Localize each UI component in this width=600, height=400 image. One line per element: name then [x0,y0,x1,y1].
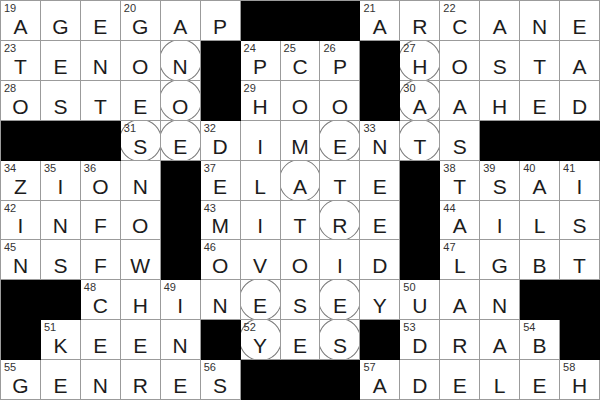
cell-letter: D [412,375,427,396]
black-cell-r0c7 [281,1,321,41]
clue-number: 38 [443,163,455,174]
cell-r4c11[interactable]: 38T [440,161,480,201]
cell-r8c7[interactable]: E [281,320,321,360]
clue-number: 36 [84,163,96,174]
cell-r5c3[interactable]: O [121,201,161,241]
clue-number: 27 [403,43,415,54]
cell-r6c14[interactable]: T [560,240,600,280]
cell-letter: O [332,96,348,117]
cell-letter: N [93,56,108,77]
cell-r1c13[interactable]: T [520,41,560,81]
cell-r2c14[interactable]: D [560,81,600,121]
cell-letter: O [172,96,188,117]
cell-r3c7[interactable]: M [281,121,321,161]
cell-r0c0[interactable]: 19A [1,1,41,41]
cell-r7c4[interactable]: 49I [161,280,201,320]
cell-letter: A [173,16,187,37]
clue-number: 31 [124,123,136,134]
cell-r8c12[interactable]: A [480,320,520,360]
cell-letter: C [292,56,307,77]
cell-r2c3[interactable]: E [121,81,161,121]
cell-r8c6[interactable]: 52Y [241,320,281,360]
black-cell-r1c9 [360,41,400,81]
cell-r4c8[interactable]: T [320,161,360,201]
black-cell-r2c5 [201,81,241,121]
clue-number: 19 [4,3,16,14]
black-cell-r4c4 [161,161,201,201]
cell-r6c3[interactable]: W [121,240,161,280]
cell-r4c5[interactable]: 37E [201,161,241,201]
cell-letter: N [173,56,188,77]
cell-r9c11[interactable]: E [440,360,480,400]
cell-r6c8[interactable]: I [320,240,360,280]
cell-letter: N [213,295,228,316]
clue-number: 21 [363,3,375,14]
cell-r3c10[interactable]: T [400,121,440,161]
cell-letter: T [94,96,107,117]
clue-number: 44 [443,203,455,214]
black-cell-r5c10 [400,201,440,241]
cell-r4c2[interactable]: 36O [81,161,121,201]
cell-letter: A [573,56,587,77]
cell-letter: T [294,215,307,236]
cell-letter: E [53,56,67,77]
black-cell-r8c0 [1,320,41,360]
cell-r2c0[interactable]: 28O [1,81,41,121]
cell-letter: Y [373,295,387,316]
cell-r5c2[interactable]: F [81,201,121,241]
clue-number: 50 [403,282,415,293]
black-cell-r6c10 [400,240,440,280]
black-cell-r3c0 [1,121,41,161]
cell-r6c9[interactable]: D [360,240,400,280]
clue-number: 20 [124,3,136,14]
cell-r0c2[interactable]: E [81,1,121,41]
cell-r5c1[interactable]: N [41,201,81,241]
cell-letter: S [133,136,147,157]
cell-letter: G [132,16,148,37]
clue-number: 48 [84,282,96,293]
clue-number: 56 [204,362,216,373]
cell-r3c8[interactable]: E [320,121,360,161]
cell-r7c7[interactable]: S [281,280,321,320]
cell-r4c12[interactable]: 39S [480,161,520,201]
clue-number: 33 [363,123,375,134]
cell-r6c1[interactable]: S [41,240,81,280]
cell-r0c3[interactable]: 20G [121,1,161,41]
cell-r5c6[interactable]: I [241,201,281,241]
cell-r6c2[interactable]: F [81,240,121,280]
cell-letter: E [373,176,387,197]
cell-r4c9[interactable]: E [360,161,400,201]
cell-letter: A [533,176,547,197]
cell-letter: N [372,136,387,157]
cell-r5c11[interactable]: 44A [440,201,480,241]
cell-r9c13[interactable]: E [520,360,560,400]
clue-number: 39 [483,163,495,174]
cell-letter: O [452,56,468,77]
cell-r1c1[interactable]: E [41,41,81,81]
cell-letter: S [453,136,467,157]
cell-r2c11[interactable]: A [440,81,480,121]
cell-letter: P [333,56,347,77]
cell-r5c14[interactable]: S [560,201,600,241]
clue-number: 37 [204,163,216,174]
cell-r6c7[interactable]: O [281,240,321,280]
cell-letter: E [53,375,67,396]
cell-letter: K [53,335,67,356]
cell-r9c3[interactable]: R [121,360,161,400]
cell-r7c11[interactable]: A [440,280,480,320]
cell-r4c3[interactable]: N [121,161,161,201]
clue-number: 45 [4,242,16,253]
cell-r2c13[interactable]: E [520,81,560,121]
cell-letter: S [213,375,227,396]
cell-letter: O [92,176,108,197]
cell-letter: E [533,96,547,117]
cell-r2c1[interactable]: S [41,81,81,121]
cell-r9c10[interactable]: D [400,360,440,400]
black-cell-r2c9 [360,81,400,121]
cell-letter: P [213,16,227,37]
black-cell-r0c8 [320,1,360,41]
cell-letter: E [373,215,387,236]
cell-r2c12[interactable]: H [480,81,520,121]
cell-letter: O [292,96,308,117]
cell-r9c9[interactable]: 57A [360,360,400,400]
clue-number: 28 [4,83,16,94]
black-cell-r8c14 [560,320,600,360]
cell-letter: A [453,215,467,236]
black-cell-r3c1 [41,121,81,161]
cell-letter: T [533,56,546,77]
cell-letter: F [94,255,107,276]
black-cell-r9c8 [320,360,360,400]
cell-r5c0[interactable]: 42I [1,201,41,241]
cell-r1c12[interactable]: S [480,41,520,81]
cell-letter: N [492,295,507,316]
cell-r3c5[interactable]: 32D [201,121,241,161]
cell-letter: D [572,96,587,117]
cell-r0c9[interactable]: 21A [360,1,400,41]
cell-r9c12[interactable]: L [480,360,520,400]
cell-letter: R [332,215,347,236]
cell-r8c1[interactable]: 51K [41,320,81,360]
clue-number: 26 [323,43,335,54]
clue-number: 46 [204,242,216,253]
clue-number: 52 [244,322,256,333]
cell-r8c2[interactable]: E [81,320,121,360]
cell-r2c7[interactable]: O [281,81,321,121]
cell-r7c9[interactable]: Y [360,280,400,320]
cell-letter: A [493,335,507,356]
black-cell-r0c6 [241,1,281,41]
cell-r3c9[interactable]: 33N [360,121,400,161]
cell-letter: D [412,335,427,356]
cell-letter: N [173,335,188,356]
cell-letter: A [453,96,467,117]
cell-r8c8[interactable]: S [320,320,360,360]
cell-r5c5[interactable]: 43M [201,201,241,241]
cell-r6c13[interactable]: B [520,240,560,280]
cell-r6c12[interactable]: G [480,240,520,280]
cell-letter: T [413,136,426,157]
cell-letter: O [292,255,308,276]
cell-letter: D [372,255,387,276]
cell-letter: A [493,16,507,37]
clue-number: 58 [563,362,575,373]
cell-r9c1[interactable]: E [41,360,81,400]
black-cell-r1c5 [201,41,241,81]
cell-letter: A [13,16,27,37]
cell-letter: P [253,56,267,77]
cell-r2c6[interactable]: 29H [241,81,281,121]
cell-r0c13[interactable]: N [520,1,560,41]
cell-r1c7[interactable]: 25C [281,41,321,81]
cell-r4c0[interactable]: 34Z [1,161,41,201]
cell-r2c2[interactable]: T [81,81,121,121]
cell-letter: F [94,215,107,236]
black-cell-r3c2 [81,121,121,161]
cell-letter: A [293,176,307,197]
cell-letter: T [453,176,466,197]
clue-number: 54 [523,322,535,333]
cell-r6c6[interactable]: V [241,240,281,280]
cell-r0c14[interactable]: E [560,1,600,41]
cell-letter: H [412,56,427,77]
cell-letter: E [453,375,467,396]
cell-letter: H [492,96,507,117]
clue-number: 55 [4,362,16,373]
cell-letter: M [291,136,309,157]
black-cell-r5c4 [161,201,201,241]
cell-letter: R [133,375,148,396]
clue-number: 22 [443,3,455,14]
cell-r3c3[interactable]: 31S [121,121,161,161]
cell-letter: E [93,16,107,37]
cell-r5c9[interactable]: E [360,201,400,241]
cell-letter: E [533,375,547,396]
cell-letter: E [173,375,187,396]
black-cell-r7c13 [520,280,560,320]
cell-letter: A [453,295,467,316]
cell-letter: L [534,215,546,236]
clue-number: 34 [4,163,16,174]
cell-letter: N [133,176,148,197]
crossword-grid: 19AGE20GAP21AR22CANE23TENON24P25C26P27HO… [0,0,600,400]
cell-r4c1[interactable]: 35I [41,161,81,201]
cell-letter: I [257,215,263,236]
cell-letter: I [177,295,183,316]
cell-r1c4[interactable]: N [161,41,201,81]
cell-letter: A [413,96,427,117]
cell-r7c3[interactable]: H [121,280,161,320]
black-cell-r3c14 [560,121,600,161]
cell-r1c8[interactable]: 26P [320,41,360,81]
cell-letter: B [533,255,547,276]
cell-letter: N [53,215,68,236]
clue-number: 47 [443,242,455,253]
black-cell-r3c12 [480,121,520,161]
cell-letter: T [334,176,347,197]
cell-r7c8[interactable]: E [320,280,360,320]
cell-letter: L [454,255,466,276]
black-cell-r8c9 [360,320,400,360]
cell-letter: E [573,16,587,37]
cell-r5c8[interactable]: R [320,201,360,241]
cell-r0c11[interactable]: 22C [440,1,480,41]
cell-r5c13[interactable]: L [520,201,560,241]
cell-letter: H [572,375,587,396]
cell-letter: A [373,16,387,37]
cell-r9c5[interactable]: 56S [201,360,241,400]
cell-letter: S [293,295,307,316]
cell-r7c2[interactable]: 48C [81,280,121,320]
cell-r0c12[interactable]: A [480,1,520,41]
cell-r2c4[interactable]: O [161,81,201,121]
cell-letter: R [412,16,427,37]
cell-r2c10[interactable]: 30A [400,81,440,121]
clue-number: 35 [44,163,56,174]
cell-letter: I [577,176,583,197]
cell-letter: L [254,176,266,197]
cell-r8c10[interactable]: 53D [400,320,440,360]
cell-r4c7[interactable]: A [281,161,321,201]
clue-number: 24 [244,43,256,54]
cell-r7c10[interactable]: 50U [400,280,440,320]
clue-number: 40 [523,163,535,174]
cell-letter: H [133,295,148,316]
cell-letter: O [132,56,148,77]
cell-r0c4[interactable]: A [161,1,201,41]
cell-r0c1[interactable]: G [41,1,81,41]
cell-r0c10[interactable]: R [400,1,440,41]
cell-letter: Y [253,335,267,356]
cell-r8c13[interactable]: 54B [520,320,560,360]
black-cell-r4c10 [400,161,440,201]
clue-number: 43 [204,203,216,214]
clue-number: 51 [44,322,56,333]
cell-r1c11[interactable]: O [440,41,480,81]
black-cell-r7c0 [1,280,41,320]
clue-number: 29 [244,83,256,94]
cell-letter: E [173,136,187,157]
clue-number: 25 [284,43,296,54]
cell-r6c11[interactable]: 47L [440,240,480,280]
cell-letter: G [52,16,68,37]
cell-letter: S [53,255,67,276]
cell-r7c6[interactable]: E [241,280,281,320]
cell-letter: E [93,335,107,356]
black-cell-r7c1 [41,280,81,320]
cell-letter: D [213,136,228,157]
cell-r1c3[interactable]: O [121,41,161,81]
cell-letter: E [333,136,347,157]
cell-letter: G [12,375,28,396]
cell-letter: W [130,255,150,276]
cell-r4c6[interactable]: L [241,161,281,201]
cell-letter: Z [14,176,27,197]
clue-number: 42 [4,203,16,214]
clue-number: 57 [363,362,375,373]
cell-letter: L [494,375,506,396]
cell-letter: E [133,96,147,117]
cell-r1c2[interactable]: N [81,41,121,81]
black-cell-r3c13 [520,121,560,161]
cell-letter: E [213,176,227,197]
cell-r7c12[interactable]: N [480,280,520,320]
clue-number: 53 [403,322,415,333]
cell-r7c5[interactable]: N [201,280,241,320]
black-cell-r9c6 [241,360,281,400]
cell-letter: O [212,255,228,276]
cell-letter: S [493,56,507,77]
cell-letter: N [93,375,108,396]
cell-letter: G [491,255,507,276]
cell-r5c12[interactable]: I [480,201,520,241]
cell-letter: I [257,136,263,157]
cell-r4c14[interactable]: 41I [560,161,600,201]
cell-r1c14[interactable]: A [560,41,600,81]
cell-r9c14[interactable]: 58H [560,360,600,400]
black-cell-r9c7 [281,360,321,400]
cell-letter: S [573,215,587,236]
cell-r1c6[interactable]: 24P [241,41,281,81]
cell-letter: U [412,295,427,316]
cell-r9c2[interactable]: N [81,360,121,400]
cell-r1c10[interactable]: 27H [400,41,440,81]
cell-letter: I [337,255,343,276]
cell-r6c5[interactable]: 46O [201,240,241,280]
cell-r2c8[interactable]: O [320,81,360,121]
clue-number: 41 [563,163,575,174]
cell-r3c4[interactable]: E [161,121,201,161]
cell-r1c0[interactable]: 23T [1,41,41,81]
black-cell-r7c14 [560,280,600,320]
cell-letter: E [293,335,307,356]
cell-letter: R [452,335,467,356]
cell-r9c0[interactable]: 55G [1,360,41,400]
cell-letter: A [373,375,387,396]
cell-r5c7[interactable]: T [281,201,321,241]
cell-letter: S [493,176,507,197]
cell-letter: E [133,335,147,356]
cell-r0c5[interactable]: P [201,1,241,41]
cell-letter: T [14,56,27,77]
clue-number: 23 [4,43,16,54]
cell-r8c11[interactable]: R [440,320,480,360]
cell-letter: H [252,96,267,117]
cell-letter: T [573,255,586,276]
cell-letter: O [132,215,148,236]
cell-r8c3[interactable]: E [121,320,161,360]
cell-letter: M [211,215,229,236]
cell-r4c13[interactable]: 40A [520,161,560,201]
black-cell-r8c5 [201,320,241,360]
cell-r3c6[interactable]: I [241,121,281,161]
cell-letter: C [93,295,108,316]
clue-number: 49 [164,282,176,293]
cell-letter: N [532,16,547,37]
cell-r8c4[interactable]: N [161,320,201,360]
cell-r9c4[interactable]: E [161,360,201,400]
black-cell-r6c4 [161,240,201,280]
cell-r6c0[interactable]: 45N [1,240,41,280]
cell-letter: E [333,295,347,316]
cell-letter: S [333,335,347,356]
cell-letter: I [57,176,63,197]
cell-r3c11[interactable]: S [440,121,480,161]
